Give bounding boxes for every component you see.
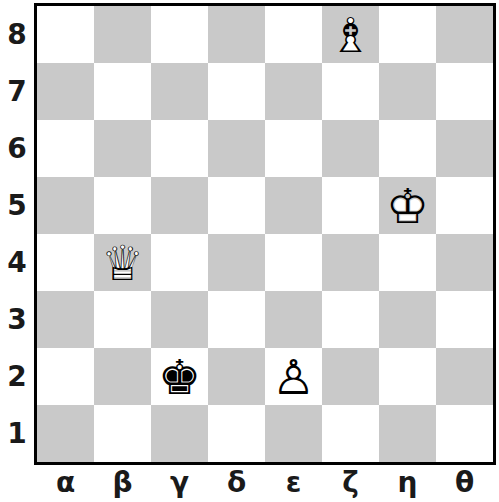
chess-board: ♝♗♚♔♛♕♚♟♙ [37, 6, 493, 462]
rank-label-3: 3 [7, 306, 26, 334]
square-f4[interactable] [322, 234, 379, 291]
square-h8[interactable] [436, 6, 493, 63]
square-c2[interactable]: ♚ [151, 348, 208, 405]
white-king-icon: ♔ [379, 177, 436, 234]
file-label-d: δ [227, 465, 246, 500]
rank-label-6: 6 [7, 135, 26, 163]
square-a8[interactable] [37, 6, 94, 63]
square-b8[interactable] [94, 6, 151, 63]
square-b7[interactable] [94, 63, 151, 120]
square-e5[interactable] [265, 177, 322, 234]
file-label-g: η [398, 465, 418, 500]
white-queen-icon: ♕ [94, 234, 151, 291]
square-f2[interactable] [322, 348, 379, 405]
square-h3[interactable] [436, 291, 493, 348]
file-label-f: ζ [342, 465, 359, 500]
square-g6[interactable] [379, 120, 436, 177]
square-e1[interactable] [265, 405, 322, 462]
rank-label-7: 7 [7, 78, 26, 106]
square-h2[interactable] [436, 348, 493, 405]
square-d2[interactable] [208, 348, 265, 405]
square-c4[interactable] [151, 234, 208, 291]
square-g4[interactable] [379, 234, 436, 291]
rank-label-5: 5 [7, 192, 26, 220]
square-a7[interactable] [37, 63, 94, 120]
square-e3[interactable] [265, 291, 322, 348]
piece-black-king[interactable]: ♚ [151, 348, 208, 405]
piece-white-pawn[interactable]: ♟♙ [265, 348, 322, 405]
white-pawn-icon: ♙ [265, 348, 322, 405]
square-f3[interactable] [322, 291, 379, 348]
board-frame: ♝♗♚♔♛♕♚♟♙ [34, 3, 496, 465]
square-g2[interactable] [379, 348, 436, 405]
square-h1[interactable] [436, 405, 493, 462]
chess-diagram: 87654321 ♝♗♚♔♛♕♚♟♙ αβγδεζηθ [0, 0, 499, 502]
rank-label-1: 1 [7, 420, 26, 448]
rank-label-8: 8 [7, 21, 26, 49]
square-d8[interactable] [208, 6, 265, 63]
square-h6[interactable] [436, 120, 493, 177]
square-c6[interactable] [151, 120, 208, 177]
square-d6[interactable] [208, 120, 265, 177]
square-e4[interactable] [265, 234, 322, 291]
file-labels: αβγδεζηθ [34, 465, 496, 502]
square-h7[interactable] [436, 63, 493, 120]
rank-label-4: 4 [7, 249, 26, 277]
file-label-h: θ [455, 465, 474, 500]
piece-white-bishop[interactable]: ♝♗ [322, 6, 379, 63]
square-a4[interactable] [37, 234, 94, 291]
square-g3[interactable] [379, 291, 436, 348]
file-label-b: β [112, 465, 132, 500]
square-a5[interactable] [37, 177, 94, 234]
square-b4[interactable]: ♛♕ [94, 234, 151, 291]
square-a3[interactable] [37, 291, 94, 348]
square-d7[interactable] [208, 63, 265, 120]
square-c7[interactable] [151, 63, 208, 120]
square-e2[interactable]: ♟♙ [265, 348, 322, 405]
square-b1[interactable] [94, 405, 151, 462]
square-d5[interactable] [208, 177, 265, 234]
square-h4[interactable] [436, 234, 493, 291]
rank-label-2: 2 [7, 363, 26, 391]
file-label-a: α [56, 465, 75, 500]
corner-spacer [0, 465, 34, 502]
square-e7[interactable] [265, 63, 322, 120]
white-bishop-icon: ♗ [322, 6, 379, 63]
square-g7[interactable] [379, 63, 436, 120]
piece-white-king[interactable]: ♚♔ [379, 177, 436, 234]
square-d3[interactable] [208, 291, 265, 348]
square-a2[interactable] [37, 348, 94, 405]
square-e8[interactable] [265, 6, 322, 63]
square-e6[interactable] [265, 120, 322, 177]
square-c8[interactable] [151, 6, 208, 63]
square-b2[interactable] [94, 348, 151, 405]
square-c1[interactable] [151, 405, 208, 462]
square-d1[interactable] [208, 405, 265, 462]
square-d4[interactable] [208, 234, 265, 291]
square-g1[interactable] [379, 405, 436, 462]
square-g8[interactable] [379, 6, 436, 63]
square-f8[interactable]: ♝♗ [322, 6, 379, 63]
file-label-c: γ [170, 465, 189, 500]
square-f1[interactable] [322, 405, 379, 462]
square-f5[interactable] [322, 177, 379, 234]
square-f7[interactable] [322, 63, 379, 120]
square-h5[interactable] [436, 177, 493, 234]
square-b3[interactable] [94, 291, 151, 348]
square-c3[interactable] [151, 291, 208, 348]
square-c5[interactable] [151, 177, 208, 234]
square-f6[interactable] [322, 120, 379, 177]
square-b6[interactable] [94, 120, 151, 177]
piece-white-queen[interactable]: ♛♕ [94, 234, 151, 291]
square-a1[interactable] [37, 405, 94, 462]
square-b5[interactable] [94, 177, 151, 234]
square-g5[interactable]: ♚♔ [379, 177, 436, 234]
rank-labels: 87654321 [0, 3, 34, 465]
file-label-e: ε [286, 465, 302, 500]
square-a6[interactable] [37, 120, 94, 177]
